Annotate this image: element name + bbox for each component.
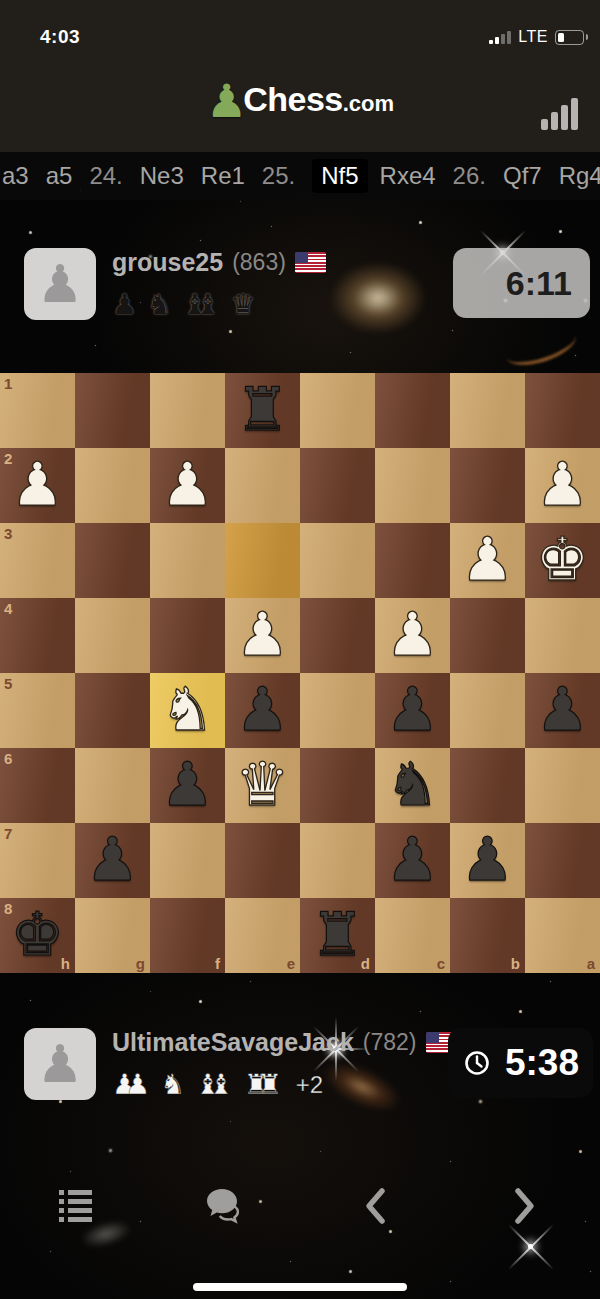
captured-group: ♛	[230, 291, 255, 319]
square-a1[interactable]	[525, 373, 600, 448]
square-a8[interactable]: a	[525, 898, 600, 973]
square-d5[interactable]	[300, 673, 375, 748]
square-f6[interactable]: ♟	[150, 748, 225, 823]
cellular-signal-icon	[489, 31, 511, 44]
square-c6[interactable]: ♞	[375, 748, 450, 823]
player-bottom-username[interactable]: UltimateSavageJack	[112, 1028, 354, 1057]
file-label-a: a	[587, 955, 595, 972]
rank-label-3: 3	[4, 525, 12, 542]
player-top-avatar[interactable]: ♟	[24, 248, 96, 320]
material-advantage: +2	[296, 1071, 323, 1099]
piece-black-pawn-g7[interactable]: ♟	[86, 829, 140, 889]
player-top-clock: 6:11	[453, 248, 590, 318]
player-top-captured-pieces: ♟♞♝♝♛	[112, 288, 256, 322]
avatar-pawn-icon: ♟	[37, 1038, 84, 1090]
square-h7[interactable]: 7	[0, 823, 75, 898]
square-b5[interactable]	[450, 673, 525, 748]
square-g1[interactable]	[75, 373, 150, 448]
square-c1[interactable]	[375, 373, 450, 448]
back-move-button[interactable]	[300, 1187, 450, 1225]
square-a7[interactable]	[525, 823, 600, 898]
piece-black-pawn-c7[interactable]: ♟	[386, 829, 440, 889]
square-g7[interactable]: ♟	[75, 823, 150, 898]
battery-icon	[555, 30, 584, 45]
piece-white-pawn-c4[interactable]: ♟	[386, 604, 440, 664]
square-e8[interactable]: e	[225, 898, 300, 973]
clock-time: 5:38	[505, 1042, 593, 1084]
player-top-rating: (863)	[232, 249, 286, 276]
move-Re1[interactable]: Re1	[201, 162, 245, 190]
square-e4[interactable]: ♟	[225, 598, 300, 673]
square-f5[interactable]: ♞	[150, 673, 225, 748]
connection-strength-icon	[541, 98, 578, 130]
square-c2[interactable]	[375, 448, 450, 523]
clock-icon	[464, 1050, 490, 1076]
file-label-f: f	[215, 955, 220, 972]
square-g8[interactable]: g	[75, 898, 150, 973]
square-e7[interactable]	[225, 823, 300, 898]
captured-group: ♜♜	[244, 1071, 282, 1099]
square-b1[interactable]	[450, 373, 525, 448]
captured-piece: ♜	[257, 1071, 282, 1099]
captured-piece: ♞	[147, 291, 172, 319]
us-flag-icon	[295, 252, 326, 273]
square-h5[interactable]: 5	[0, 673, 75, 748]
piece-white-pawn-f2[interactable]: ♟	[161, 454, 215, 514]
square-e3[interactable]	[225, 523, 300, 598]
moves-list-icon	[59, 1190, 92, 1222]
move-26.[interactable]: 26.	[453, 162, 486, 190]
player-bottom-clock: 5:38	[448, 1028, 593, 1098]
square-d8[interactable]: d♜	[300, 898, 375, 973]
rank-label-5: 5	[4, 675, 12, 692]
square-b2[interactable]	[450, 448, 525, 523]
chess-board[interactable]: 1♜2♟♟♟3♟♚4♟♟5♞♟♟♟6♟♛♞7♟♟♟8h♚gfed♜cba	[0, 373, 600, 973]
chat-button[interactable]	[150, 1187, 300, 1225]
home-indicator[interactable]	[193, 1283, 407, 1291]
piece-black-pawn-e5[interactable]: ♟	[236, 679, 290, 739]
captured-group: ♞	[160, 1071, 185, 1099]
chat-icon	[204, 1187, 246, 1225]
square-a4[interactable]	[525, 598, 600, 673]
captured-piece: ♞	[160, 1071, 185, 1099]
piece-white-pawn-e4[interactable]: ♟	[236, 604, 290, 664]
square-e2[interactable]	[225, 448, 300, 523]
square-d6[interactable]	[300, 748, 375, 823]
square-h3[interactable]: 3	[0, 523, 75, 598]
captured-group: ♝♝	[195, 1071, 233, 1099]
captured-group: ♟♟	[112, 1071, 150, 1099]
logo-suffix: .com	[343, 91, 394, 117]
piece-white-pawn-b3[interactable]: ♟	[461, 529, 515, 589]
square-a3[interactable]: ♚	[525, 523, 600, 598]
piece-black-rook-e1[interactable]: ♜	[236, 379, 290, 439]
captured-group: ♝♝	[182, 291, 220, 319]
piece-black-pawn-b7[interactable]: ♟	[461, 829, 515, 889]
forward-move-button[interactable]	[450, 1187, 600, 1225]
move-24.[interactable]: 24.	[89, 162, 122, 190]
piece-black-pawn-a5[interactable]: ♟	[536, 679, 590, 739]
square-e5[interactable]: ♟	[225, 673, 300, 748]
bottom-toolbar	[0, 1168, 600, 1244]
square-d1[interactable]	[300, 373, 375, 448]
captured-group: ♞	[147, 291, 172, 319]
clock-time: 6:11	[506, 264, 590, 303]
move-Ne3[interactable]: Ne3	[140, 162, 184, 190]
rank-label-6: 6	[4, 750, 12, 767]
square-f4[interactable]	[150, 598, 225, 673]
captured-piece: ♝	[195, 291, 220, 319]
background-bright-star	[528, 1244, 533, 1249]
rank-label-1: 1	[4, 375, 12, 392]
piece-black-pawn-f6[interactable]: ♟	[161, 754, 215, 814]
status-time: 4:03	[40, 26, 80, 48]
square-c4[interactable]: ♟	[375, 598, 450, 673]
piece-black-knight-c6[interactable]: ♞	[386, 754, 440, 814]
square-d2[interactable]	[300, 448, 375, 523]
piece-black-pawn-c5[interactable]: ♟	[386, 679, 440, 739]
square-b3[interactable]: ♟	[450, 523, 525, 598]
logo-text: Chess	[243, 80, 343, 119]
square-g5[interactable]	[75, 673, 150, 748]
square-e6[interactable]: ♛	[225, 748, 300, 823]
chevron-left-icon	[363, 1187, 387, 1225]
square-g3[interactable]	[75, 523, 150, 598]
piece-black-rook-d8[interactable]: ♜	[311, 904, 365, 964]
captured-piece: ♛	[230, 291, 255, 319]
square-g6[interactable]	[75, 748, 150, 823]
square-b8[interactable]: b	[450, 898, 525, 973]
captured-group: ♟	[112, 291, 137, 319]
square-e1[interactable]: ♜	[225, 373, 300, 448]
rank-label-4: 4	[4, 600, 12, 617]
file-label-g: g	[136, 955, 145, 972]
square-c8[interactable]: c	[375, 898, 450, 973]
file-label-c: c	[437, 955, 445, 972]
player-bottom-captured-pieces: ♟♟♞♝♝♜♜+2	[112, 1068, 323, 1102]
square-b4[interactable]	[450, 598, 525, 673]
square-g4[interactable]	[75, 598, 150, 673]
square-h8[interactable]: 8h♚	[0, 898, 75, 973]
piece-white-pawn-a2[interactable]: ♟	[536, 454, 590, 514]
captured-piece: ♟	[125, 1071, 150, 1099]
square-h2[interactable]: 2♟	[0, 448, 75, 523]
avatar-pawn-icon: ♟	[37, 258, 84, 310]
piece-white-knight-f5[interactable]: ♞	[161, 679, 215, 739]
square-b7[interactable]: ♟	[450, 823, 525, 898]
square-d4[interactable]	[300, 598, 375, 673]
square-f7[interactable]	[150, 823, 225, 898]
move-Qf7[interactable]: Qf7	[503, 162, 542, 190]
app-header: 4:03 LTE ♟Chess.com	[0, 0, 600, 152]
player-top-username[interactable]: grouse25	[112, 248, 223, 277]
player-card-bottom: ♟ UltimateSavageJack (782) ♟♟♞♝♝♜♜+2 5:3…	[0, 1020, 600, 1130]
player-bottom-rating: (782)	[363, 1029, 417, 1056]
file-label-b: b	[511, 955, 520, 972]
piece-white-pawn-h2[interactable]: ♟	[11, 454, 65, 514]
move-list[interactable]: a3a524.Ne3Re125.Nf5Rxe426.Qf7Rg427.Q	[0, 152, 600, 200]
square-c7[interactable]: ♟	[375, 823, 450, 898]
chevron-right-icon	[513, 1187, 537, 1225]
move-a3[interactable]: a3	[2, 162, 29, 190]
player-bottom-avatar[interactable]: ♟	[24, 1028, 96, 1100]
player-card-top: ♟ grouse25 (863) ♟♞♝♝♛ 6:11	[0, 240, 600, 350]
file-label-e: e	[287, 955, 295, 972]
piece-white-king-a3[interactable]: ♚	[536, 529, 590, 589]
move-Nf5[interactable]: Nf5	[312, 159, 367, 193]
square-f1[interactable]	[150, 373, 225, 448]
move-a5[interactable]: a5	[46, 162, 73, 190]
square-a5[interactable]: ♟	[525, 673, 600, 748]
moves-list-button[interactable]	[0, 1190, 150, 1222]
square-d7[interactable]	[300, 823, 375, 898]
piece-white-queen-e6[interactable]: ♛	[236, 754, 290, 814]
square-d3[interactable]	[300, 523, 375, 598]
square-h1[interactable]: 1	[0, 373, 75, 448]
square-b6[interactable]	[450, 748, 525, 823]
move-Rxe4[interactable]: Rxe4	[380, 162, 436, 190]
captured-piece: ♟	[112, 291, 137, 319]
square-f2[interactable]: ♟	[150, 448, 225, 523]
chess-app-screen: 4:03 LTE ♟Chess.com a3a524.Ne3Re125.Nf5R…	[0, 0, 600, 1299]
square-f8[interactable]: f	[150, 898, 225, 973]
square-g2[interactable]	[75, 448, 150, 523]
move-Rg4[interactable]: Rg4	[559, 162, 600, 190]
rank-label-7: 7	[4, 825, 12, 842]
square-h6[interactable]: 6	[0, 748, 75, 823]
square-c5[interactable]: ♟	[375, 673, 450, 748]
network-type-label: LTE	[518, 28, 548, 46]
square-c3[interactable]	[375, 523, 450, 598]
status-bar: 4:03 LTE	[0, 22, 600, 56]
square-f3[interactable]	[150, 523, 225, 598]
move-25.[interactable]: 25.	[262, 162, 295, 190]
square-h4[interactable]: 4	[0, 598, 75, 673]
square-a6[interactable]	[525, 748, 600, 823]
square-a2[interactable]: ♟	[525, 448, 600, 523]
chesscom-logo[interactable]: ♟Chess.com	[0, 80, 600, 119]
piece-black-king-h8[interactable]: ♚	[11, 904, 65, 964]
captured-piece: ♝	[208, 1071, 233, 1099]
